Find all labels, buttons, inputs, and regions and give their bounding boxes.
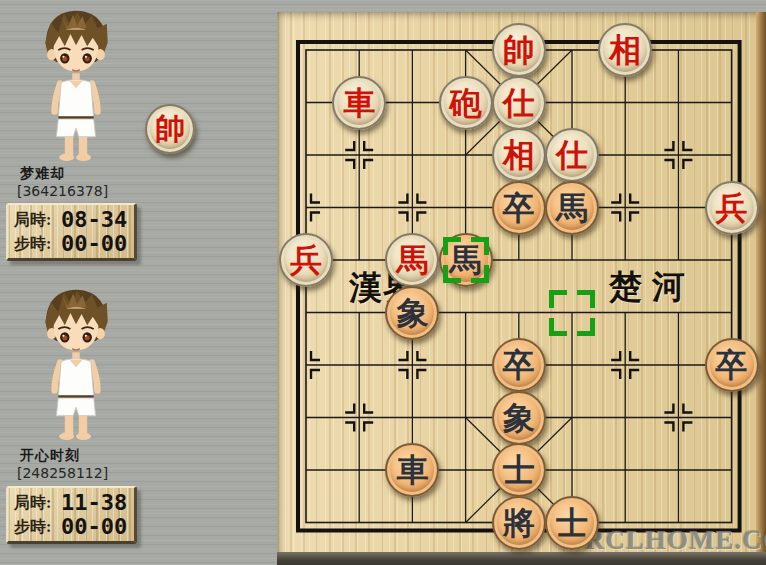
game-time-value: 08-34: [61, 209, 127, 231]
piece-black-soldier[interactable]: 卒: [492, 181, 546, 235]
piece-black-soldier[interactable]: 卒: [492, 338, 546, 392]
piece-black-soldier[interactable]: 卒: [705, 338, 759, 392]
step-time-label: 步時:: [14, 234, 61, 255]
xiangqi-board[interactable]: 漢界 楚河 RCLHOME.COM 帥相車砲仕相仕卒馬兵兵馬馬象卒卒象車士將士: [277, 12, 766, 552]
game-time-label: 局時:: [14, 210, 61, 231]
piece-red-chariot[interactable]: 車: [332, 76, 386, 130]
player-top-id: [364216378]: [17, 183, 108, 199]
piece-black-horse[interactable]: 馬: [439, 233, 493, 287]
step-time-value: 00-00: [61, 233, 127, 255]
piece-black-horse[interactable]: 馬: [545, 181, 599, 235]
piece-red-elephant[interactable]: 相: [492, 128, 546, 182]
river-text-right: 楚河: [609, 269, 695, 305]
step-time-value: 00-00: [61, 516, 127, 538]
step-time-label: 步時:: [14, 517, 61, 538]
piece-red-elephant[interactable]: 相: [598, 23, 652, 77]
game-window: 帥 梦难却 [364216378] 局時: 08-34 步時: 00-00 开心…: [0, 0, 766, 565]
piece-black-elephant[interactable]: 象: [385, 286, 439, 340]
player-top-avatar: [34, 3, 118, 166]
watermark: RCLHOME.COM: [585, 525, 766, 556]
piece-red-soldier[interactable]: 兵: [279, 233, 333, 287]
piece-red-soldier[interactable]: 兵: [705, 181, 759, 235]
game-time-label: 局時:: [14, 493, 61, 514]
piece-red-advisor[interactable]: 仕: [545, 128, 599, 182]
red-side-indicator-piece: 帥: [145, 104, 195, 154]
piece-black-advisor[interactable]: 士: [492, 443, 546, 497]
player-top-clock: 局時: 08-34 步時: 00-00: [6, 203, 137, 261]
player-bottom-name: 开心时刻: [20, 447, 80, 465]
piece-black-elephant[interactable]: 象: [492, 391, 546, 445]
piece-black-advisor[interactable]: 士: [545, 496, 599, 550]
piece-black-chariot[interactable]: 車: [385, 443, 439, 497]
player-bottom-clock: 局時: 11-38 步時: 00-00: [6, 486, 137, 544]
game-time-value: 11-38: [61, 492, 127, 514]
piece-red-cannon[interactable]: 砲: [439, 76, 493, 130]
piece-red-general[interactable]: 帥: [492, 23, 546, 77]
piece-black-general[interactable]: 將: [492, 496, 546, 550]
player-bottom-id: [248258112]: [17, 465, 108, 481]
player-bottom-avatar: [34, 282, 118, 445]
player-top-name: 梦难却: [20, 165, 65, 183]
piece-red-horse[interactable]: 馬: [385, 233, 439, 287]
piece-red-advisor[interactable]: 仕: [492, 76, 546, 130]
